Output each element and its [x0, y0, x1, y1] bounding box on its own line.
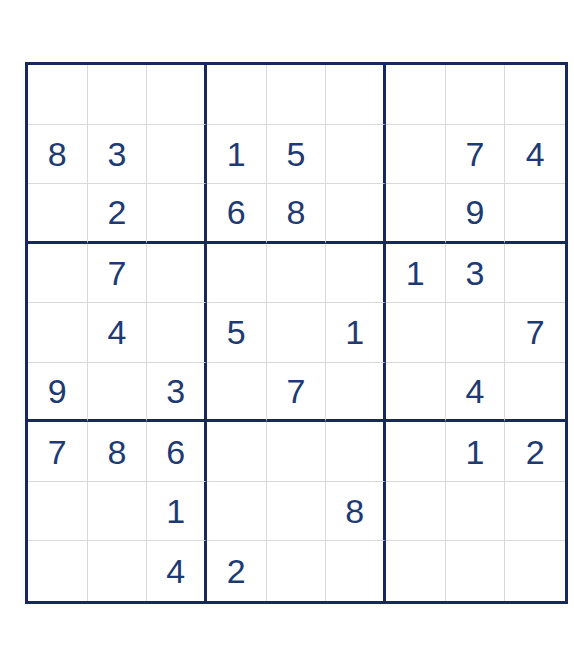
cell-r6c8[interactable]: 4 — [446, 363, 506, 423]
cell-r7c1[interactable]: 7 — [28, 422, 88, 482]
cell-r9c6[interactable] — [326, 541, 386, 601]
cell-r1c2[interactable] — [88, 65, 148, 125]
cell-r6c9[interactable] — [505, 363, 565, 423]
cell-r4c2[interactable]: 7 — [88, 244, 148, 304]
cell-r2c4[interactable]: 1 — [207, 125, 267, 185]
cell-r3c6[interactable] — [326, 184, 386, 244]
cell-r9c3[interactable]: 4 — [147, 541, 207, 601]
cell-r6c1[interactable]: 9 — [28, 363, 88, 423]
cell-r1c8[interactable] — [446, 65, 506, 125]
cell-r2c9[interactable]: 4 — [505, 125, 565, 185]
cell-r7c4[interactable] — [207, 422, 267, 482]
cell-r5c4[interactable]: 5 — [207, 303, 267, 363]
cell-r8c4[interactable] — [207, 482, 267, 542]
cell-r5c7[interactable] — [386, 303, 446, 363]
cell-r7c7[interactable] — [386, 422, 446, 482]
cell-r8c3[interactable]: 1 — [147, 482, 207, 542]
cell-r6c2[interactable] — [88, 363, 148, 423]
cell-r8c8[interactable] — [446, 482, 506, 542]
cell-r3c2[interactable]: 2 — [88, 184, 148, 244]
cell-r1c9[interactable] — [505, 65, 565, 125]
cell-r4c4[interactable] — [207, 244, 267, 304]
cell-r5c3[interactable] — [147, 303, 207, 363]
cell-r8c1[interactable] — [28, 482, 88, 542]
cell-r3c5[interactable]: 8 — [267, 184, 327, 244]
cell-r8c7[interactable] — [386, 482, 446, 542]
cell-r7c3[interactable]: 6 — [147, 422, 207, 482]
cell-r3c4[interactable]: 6 — [207, 184, 267, 244]
cell-r2c5[interactable]: 5 — [267, 125, 327, 185]
cell-r4c6[interactable] — [326, 244, 386, 304]
cell-r3c7[interactable] — [386, 184, 446, 244]
cell-r6c7[interactable] — [386, 363, 446, 423]
cell-r1c7[interactable] — [386, 65, 446, 125]
cell-r2c2[interactable]: 3 — [88, 125, 148, 185]
cell-r9c5[interactable] — [267, 541, 327, 601]
cell-r5c6[interactable]: 1 — [326, 303, 386, 363]
cell-r5c9[interactable]: 7 — [505, 303, 565, 363]
cell-r1c1[interactable] — [28, 65, 88, 125]
cell-r6c6[interactable] — [326, 363, 386, 423]
cell-r7c2[interactable]: 8 — [88, 422, 148, 482]
cell-r2c6[interactable] — [326, 125, 386, 185]
cell-r5c2[interactable]: 4 — [88, 303, 148, 363]
cell-r3c3[interactable] — [147, 184, 207, 244]
cell-r4c9[interactable] — [505, 244, 565, 304]
cell-r5c1[interactable] — [28, 303, 88, 363]
cell-r2c8[interactable]: 7 — [446, 125, 506, 185]
cell-r6c3[interactable]: 3 — [147, 363, 207, 423]
cell-r9c7[interactable] — [386, 541, 446, 601]
cell-r6c5[interactable]: 7 — [267, 363, 327, 423]
cell-r8c6[interactable]: 8 — [326, 482, 386, 542]
cell-r7c5[interactable] — [267, 422, 327, 482]
cell-r4c3[interactable] — [147, 244, 207, 304]
cell-r2c7[interactable] — [386, 125, 446, 185]
cell-r5c8[interactable] — [446, 303, 506, 363]
cell-r3c8[interactable]: 9 — [446, 184, 506, 244]
cell-r8c9[interactable] — [505, 482, 565, 542]
cell-r9c8[interactable] — [446, 541, 506, 601]
cell-r6c4[interactable] — [207, 363, 267, 423]
cell-r3c1[interactable] — [28, 184, 88, 244]
cell-r1c6[interactable] — [326, 65, 386, 125]
cell-r1c3[interactable] — [147, 65, 207, 125]
cell-r4c7[interactable]: 1 — [386, 244, 446, 304]
cell-r9c9[interactable] — [505, 541, 565, 601]
cell-r4c8[interactable]: 3 — [446, 244, 506, 304]
sudoku-board: 831574268971345179374786121842 — [25, 62, 568, 604]
cell-r8c2[interactable] — [88, 482, 148, 542]
cell-r9c1[interactable] — [28, 541, 88, 601]
cell-r8c5[interactable] — [267, 482, 327, 542]
cell-r7c6[interactable] — [326, 422, 386, 482]
cell-r4c5[interactable] — [267, 244, 327, 304]
cell-r2c3[interactable] — [147, 125, 207, 185]
cell-r1c4[interactable] — [207, 65, 267, 125]
cell-r5c5[interactable] — [267, 303, 327, 363]
cell-r4c1[interactable] — [28, 244, 88, 304]
cell-r9c2[interactable] — [88, 541, 148, 601]
cell-r7c9[interactable]: 2 — [505, 422, 565, 482]
cell-r1c5[interactable] — [267, 65, 327, 125]
cell-r2c1[interactable]: 8 — [28, 125, 88, 185]
cell-r3c9[interactable] — [505, 184, 565, 244]
cell-r7c8[interactable]: 1 — [446, 422, 506, 482]
cell-r9c4[interactable]: 2 — [207, 541, 267, 601]
